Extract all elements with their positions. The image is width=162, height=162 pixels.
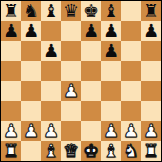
square-c8[interactable]: ♝ — [41, 1, 61, 21]
square-g6[interactable] — [121, 41, 141, 61]
square-h5[interactable] — [141, 61, 161, 81]
piece-black-rook[interactable]: ♜ — [3, 1, 19, 21]
piece-black-pawn[interactable]: ♟ — [3, 21, 19, 41]
square-g8[interactable] — [121, 1, 141, 21]
square-g3[interactable] — [121, 101, 141, 121]
square-f6[interactable]: ♟ — [101, 41, 121, 61]
square-e4[interactable] — [81, 81, 101, 101]
square-b3[interactable] — [21, 101, 41, 121]
square-e3[interactable] — [81, 101, 101, 121]
piece-white-pawn[interactable]: ♟ — [143, 121, 159, 141]
piece-white-pawn[interactable]: ♟ — [3, 121, 19, 141]
square-a7[interactable]: ♟ — [1, 21, 21, 41]
square-b7[interactable]: ♟ — [21, 21, 41, 41]
piece-white-pawn[interactable]: ♟ — [123, 121, 139, 141]
square-a4[interactable] — [1, 81, 21, 101]
square-e6[interactable] — [81, 41, 101, 61]
square-f8[interactable]: ♝ — [101, 1, 121, 21]
square-c5[interactable] — [41, 61, 61, 81]
square-f4[interactable] — [101, 81, 121, 101]
square-c1[interactable]: ♝ — [41, 141, 61, 161]
square-c7[interactable] — [41, 21, 61, 41]
square-h1[interactable]: ♜ — [141, 141, 161, 161]
square-c4[interactable] — [41, 81, 61, 101]
piece-black-queen[interactable]: ♛ — [63, 1, 79, 21]
square-d3[interactable] — [61, 101, 81, 121]
square-f2[interactable]: ♟ — [101, 121, 121, 141]
square-e2[interactable] — [81, 121, 101, 141]
piece-white-rook[interactable]: ♜ — [143, 141, 159, 161]
chess-board: ♜♞♝♛♚♝♜♟♟♟♟♟♟♟♟♟♟♟♟♟♟♜♝♛♚♝♞♜ — [0, 0, 162, 162]
square-a1[interactable]: ♜ — [1, 141, 21, 161]
square-d4[interactable]: ♟ — [61, 81, 81, 101]
square-d8[interactable]: ♛ — [61, 1, 81, 21]
piece-black-pawn[interactable]: ♟ — [43, 41, 59, 61]
square-f5[interactable] — [101, 61, 121, 81]
square-c2[interactable]: ♟ — [41, 121, 61, 141]
square-d7[interactable] — [61, 21, 81, 41]
square-h8[interactable]: ♜ — [141, 1, 161, 21]
square-h2[interactable]: ♟ — [141, 121, 161, 141]
square-d1[interactable]: ♛ — [61, 141, 81, 161]
piece-white-bishop[interactable]: ♝ — [43, 141, 59, 161]
square-h7[interactable]: ♟ — [141, 21, 161, 41]
piece-black-knight[interactable]: ♞ — [23, 1, 39, 21]
square-b4[interactable] — [21, 81, 41, 101]
square-b8[interactable]: ♞ — [21, 1, 41, 21]
piece-white-pawn[interactable]: ♟ — [43, 121, 59, 141]
square-d5[interactable] — [61, 61, 81, 81]
piece-white-knight[interactable]: ♞ — [123, 141, 139, 161]
square-d6[interactable] — [61, 41, 81, 61]
square-g7[interactable] — [121, 21, 141, 41]
piece-black-rook[interactable]: ♜ — [143, 1, 159, 21]
piece-black-bishop[interactable]: ♝ — [43, 1, 59, 21]
square-a3[interactable] — [1, 101, 21, 121]
piece-black-pawn[interactable]: ♟ — [23, 21, 39, 41]
piece-white-king[interactable]: ♚ — [83, 141, 99, 161]
square-a2[interactable]: ♟ — [1, 121, 21, 141]
piece-black-pawn[interactable]: ♟ — [143, 21, 159, 41]
square-e1[interactable]: ♚ — [81, 141, 101, 161]
square-b5[interactable] — [21, 61, 41, 81]
chess-board-container: ♜♞♝♛♚♝♜♟♟♟♟♟♟♟♟♟♟♟♟♟♟♜♝♛♚♝♞♜ — [0, 0, 162, 162]
square-a6[interactable] — [1, 41, 21, 61]
piece-black-pawn[interactable]: ♟ — [83, 21, 99, 41]
square-f7[interactable]: ♟ — [101, 21, 121, 41]
piece-white-pawn[interactable]: ♟ — [63, 81, 79, 101]
square-f3[interactable] — [101, 101, 121, 121]
square-h6[interactable] — [141, 41, 161, 61]
square-g4[interactable] — [121, 81, 141, 101]
piece-black-pawn[interactable]: ♟ — [103, 41, 119, 61]
piece-white-queen[interactable]: ♛ — [63, 141, 79, 161]
square-e5[interactable] — [81, 61, 101, 81]
square-f1[interactable]: ♝ — [101, 141, 121, 161]
square-b2[interactable]: ♟ — [21, 121, 41, 141]
square-a5[interactable] — [1, 61, 21, 81]
piece-black-king[interactable]: ♚ — [83, 1, 99, 21]
square-g2[interactable]: ♟ — [121, 121, 141, 141]
piece-white-pawn[interactable]: ♟ — [23, 121, 39, 141]
square-b1[interactable] — [21, 141, 41, 161]
square-c3[interactable] — [41, 101, 61, 121]
piece-white-pawn[interactable]: ♟ — [103, 121, 119, 141]
square-e8[interactable]: ♚ — [81, 1, 101, 21]
square-g1[interactable]: ♞ — [121, 141, 141, 161]
square-e7[interactable]: ♟ — [81, 21, 101, 41]
square-b6[interactable] — [21, 41, 41, 61]
square-g5[interactable] — [121, 61, 141, 81]
piece-black-pawn[interactable]: ♟ — [103, 21, 119, 41]
piece-black-bishop[interactable]: ♝ — [103, 1, 119, 21]
square-a8[interactable]: ♜ — [1, 1, 21, 21]
square-c6[interactable]: ♟ — [41, 41, 61, 61]
square-h3[interactable] — [141, 101, 161, 121]
square-d2[interactable] — [61, 121, 81, 141]
square-h4[interactable] — [141, 81, 161, 101]
piece-white-bishop[interactable]: ♝ — [103, 141, 119, 161]
piece-white-rook[interactable]: ♜ — [3, 141, 19, 161]
